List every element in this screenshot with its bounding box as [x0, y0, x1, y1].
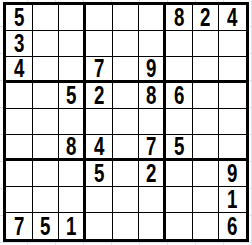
given-digit: 2: [146, 161, 156, 187]
cell-r8c3[interactable]: [59, 187, 86, 213]
cell-r1c4[interactable]: [86, 5, 113, 31]
cell-r1c5[interactable]: [113, 5, 140, 31]
given-digit: 9: [227, 161, 237, 187]
cell-r8c8[interactable]: [193, 187, 220, 213]
cell-r5c5[interactable]: [113, 109, 140, 135]
cell-r7c1[interactable]: [6, 161, 33, 187]
cell-r1c3[interactable]: [59, 5, 86, 31]
given-digit: 9: [146, 57, 156, 82]
given-digit: 8: [146, 83, 156, 109]
given-digit: 8: [66, 135, 76, 160]
cell-r9c6[interactable]: [139, 213, 166, 239]
cell-r8c4[interactable]: [86, 187, 113, 213]
cell-r1c7[interactable]: 8: [166, 5, 193, 31]
cell-r8c6[interactable]: [139, 187, 166, 213]
sudoku-screenshot: 582434795286847552917516: [0, 0, 252, 245]
cell-r7c6[interactable]: 2: [139, 161, 166, 187]
cell-r3c4[interactable]: 7: [86, 57, 113, 83]
cell-r2c5[interactable]: [113, 31, 140, 57]
cell-r3c5[interactable]: [113, 57, 140, 83]
cell-r5c1[interactable]: [6, 109, 33, 135]
given-digit: 4: [227, 5, 237, 31]
given-digit: 4: [94, 135, 104, 160]
cell-r4c3[interactable]: 5: [59, 83, 86, 109]
cell-r5c3[interactable]: [59, 109, 86, 135]
cell-r1c6[interactable]: [139, 5, 166, 31]
cell-r4c1[interactable]: [6, 83, 33, 109]
cell-r6c9[interactable]: [219, 135, 246, 161]
cell-r8c7[interactable]: [166, 187, 193, 213]
cell-r8c9[interactable]: 1: [219, 187, 246, 213]
cell-r2c8[interactable]: [193, 31, 220, 57]
cell-r8c2[interactable]: [33, 187, 60, 213]
cell-r6c8[interactable]: [193, 135, 220, 161]
cell-r9c8[interactable]: [193, 213, 220, 239]
given-digit: 6: [174, 83, 184, 109]
cell-r5c4[interactable]: [86, 109, 113, 135]
cell-r8c5[interactable]: [113, 187, 140, 213]
cell-r5c9[interactable]: [219, 109, 246, 135]
cell-r5c7[interactable]: [166, 109, 193, 135]
sudoku-board: 582434795286847552917516: [3, 2, 249, 242]
cell-r6c2[interactable]: [33, 135, 60, 161]
cell-r2c9[interactable]: [219, 31, 246, 57]
given-digit: 5: [94, 161, 104, 187]
given-digit: 1: [227, 187, 237, 213]
cell-r7c8[interactable]: [193, 161, 220, 187]
cell-r4c7[interactable]: 6: [166, 83, 193, 109]
cell-r9c1[interactable]: 7: [6, 213, 33, 239]
cell-r3c8[interactable]: [193, 57, 220, 83]
cell-r3c3[interactable]: [59, 57, 86, 83]
cell-r9c9[interactable]: 6: [219, 213, 246, 239]
given-digit: 2: [200, 5, 210, 31]
cell-r1c1[interactable]: 5: [6, 5, 33, 31]
cell-r2c1[interactable]: 3: [6, 31, 33, 57]
given-digit: 3: [14, 31, 24, 57]
cell-r9c4[interactable]: [86, 213, 113, 239]
cell-r3c7[interactable]: [166, 57, 193, 83]
cell-r6c3[interactable]: 8: [59, 135, 86, 161]
cell-r4c8[interactable]: [193, 83, 220, 109]
cell-r2c7[interactable]: [166, 31, 193, 57]
cell-r7c9[interactable]: 9: [219, 161, 246, 187]
given-digit: 5: [174, 135, 184, 160]
cell-r7c5[interactable]: [113, 161, 140, 187]
cell-r4c2[interactable]: [33, 83, 60, 109]
cell-r6c4[interactable]: 4: [86, 135, 113, 161]
cell-r7c4[interactable]: 5: [86, 161, 113, 187]
given-digit: 7: [146, 135, 156, 160]
cell-r9c3[interactable]: 1: [59, 213, 86, 239]
cell-r7c3[interactable]: [59, 161, 86, 187]
cell-r6c7[interactable]: 5: [166, 135, 193, 161]
given-digit: 7: [14, 213, 24, 239]
cell-r4c5[interactable]: [113, 83, 140, 109]
cell-r4c4[interactable]: 2: [86, 83, 113, 109]
cell-r1c9[interactable]: 4: [219, 5, 246, 31]
cell-r6c5[interactable]: [113, 135, 140, 161]
given-digit: 5: [14, 5, 24, 31]
cell-r3c6[interactable]: 9: [139, 57, 166, 83]
cell-r6c6[interactable]: 7: [139, 135, 166, 161]
given-digit: 5: [40, 213, 50, 239]
cell-r9c5[interactable]: [113, 213, 140, 239]
given-digit: 5: [66, 83, 76, 109]
cell-r8c1[interactable]: [6, 187, 33, 213]
cell-r5c8[interactable]: [193, 109, 220, 135]
cell-r3c1[interactable]: 4: [6, 57, 33, 83]
cell-r9c7[interactable]: [166, 213, 193, 239]
cell-r2c3[interactable]: [59, 31, 86, 57]
cell-r2c2[interactable]: [33, 31, 60, 57]
given-digit: 4: [14, 57, 24, 82]
cell-r6c1[interactable]: [6, 135, 33, 161]
cell-r1c8[interactable]: 2: [193, 5, 220, 31]
cell-r4c6[interactable]: 8: [139, 83, 166, 109]
cell-r2c6[interactable]: [139, 31, 166, 57]
cell-r3c9[interactable]: [219, 57, 246, 83]
given-digit: 8: [174, 5, 184, 31]
cell-r4c9[interactable]: [219, 83, 246, 109]
cell-r5c6[interactable]: [139, 109, 166, 135]
cell-r5c2[interactable]: [33, 109, 60, 135]
cell-r7c7[interactable]: [166, 161, 193, 187]
given-digit: 6: [227, 213, 237, 239]
given-digit: 7: [94, 57, 104, 82]
cell-r9c2[interactable]: 5: [33, 213, 60, 239]
cell-r3c2[interactable]: [33, 57, 60, 83]
cell-r2c4[interactable]: [86, 31, 113, 57]
cell-r7c2[interactable]: [33, 161, 60, 187]
given-digit: 1: [66, 213, 76, 239]
cell-r1c2[interactable]: [33, 5, 60, 31]
given-digit: 2: [94, 83, 104, 109]
